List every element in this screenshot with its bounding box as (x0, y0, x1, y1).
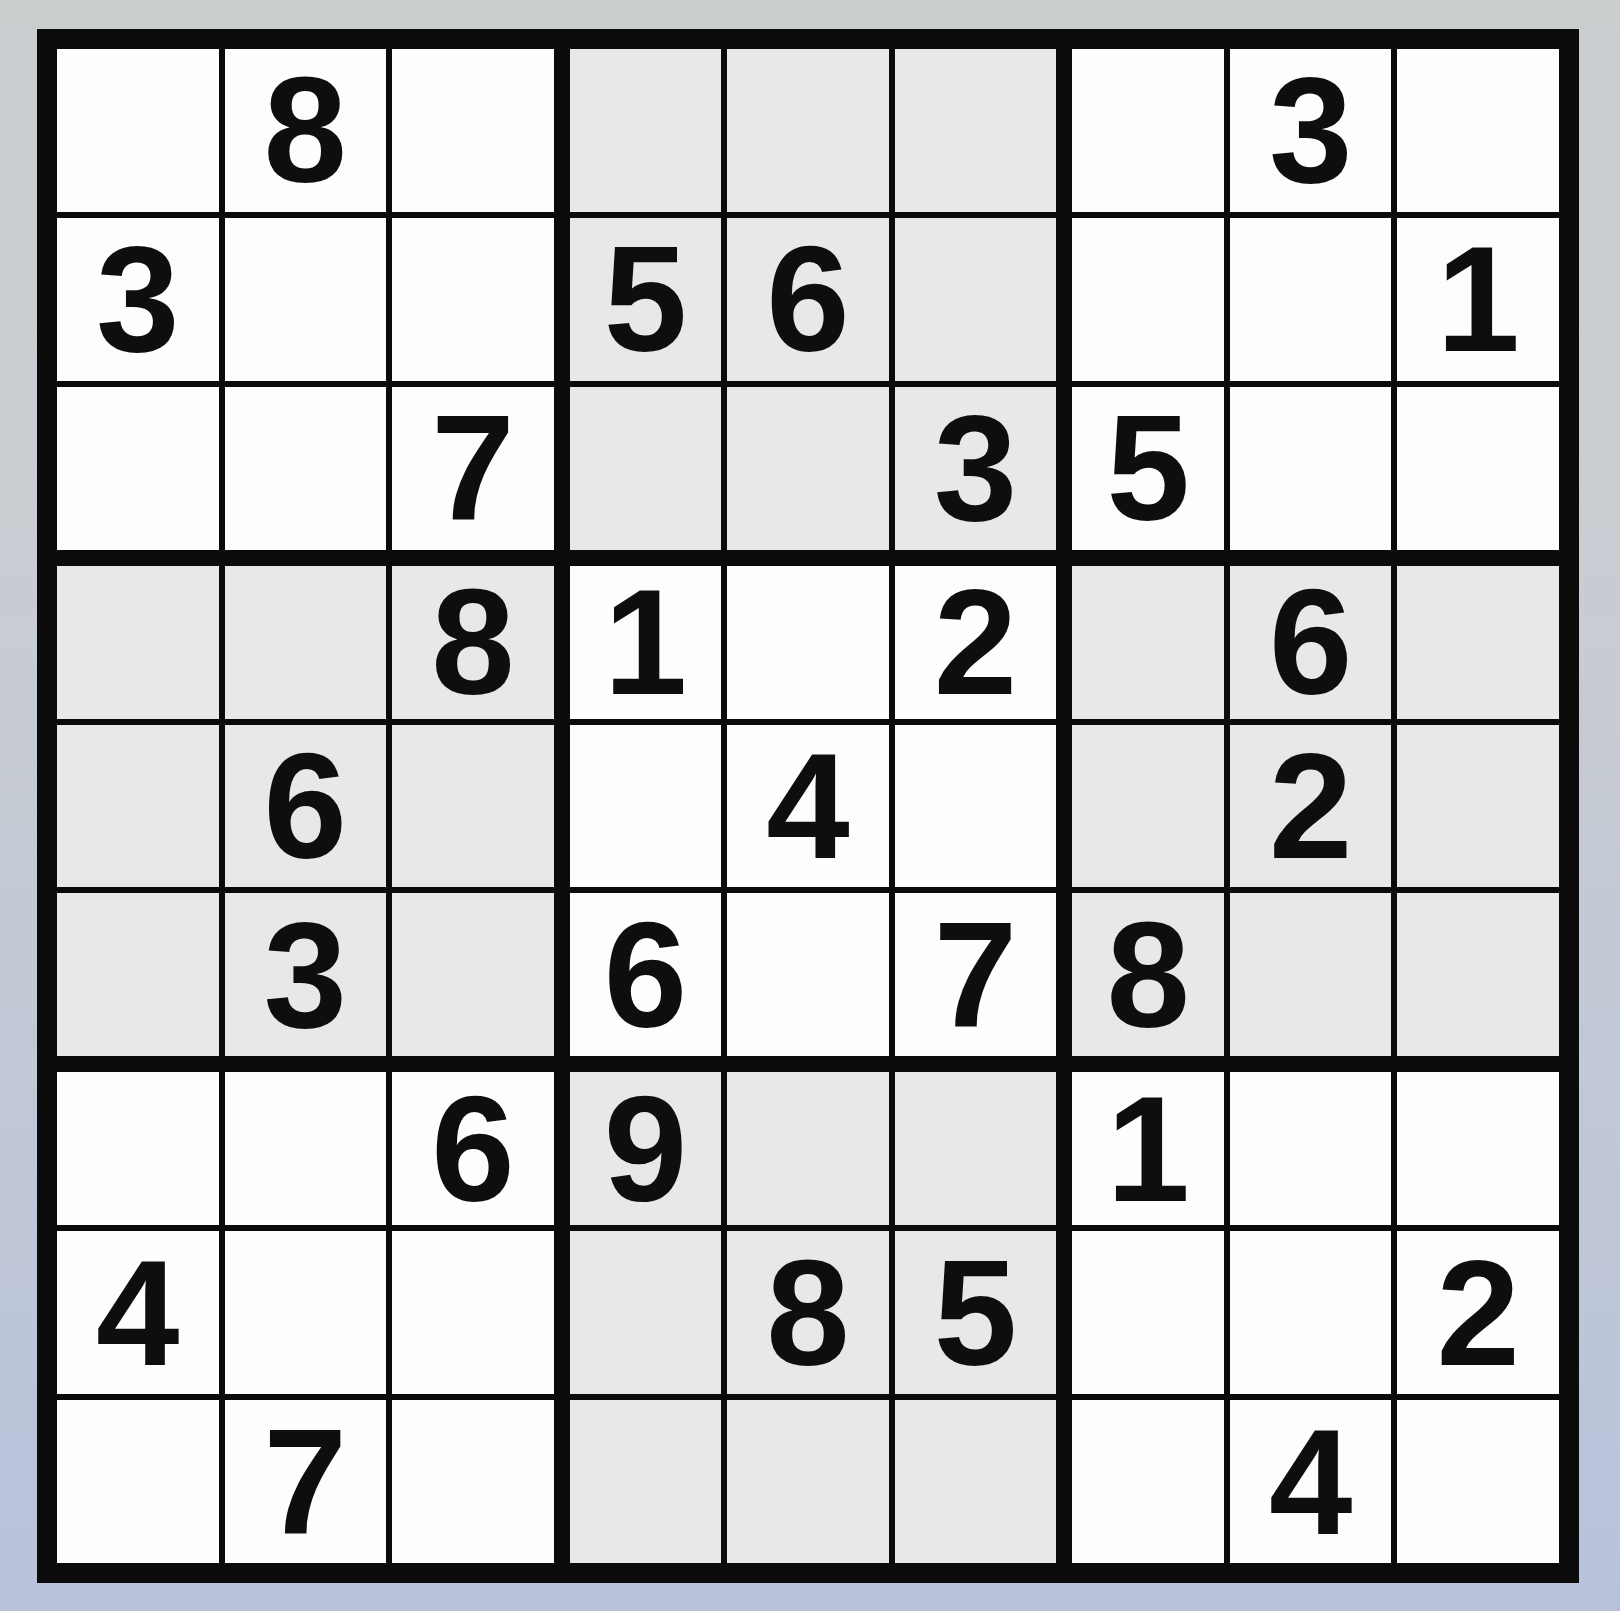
cell-r7c9[interactable] (1397, 1062, 1559, 1225)
cell-r5c5[interactable]: 4 (727, 725, 889, 888)
cell-r9c4[interactable] (560, 1400, 722, 1563)
cell-r5c3[interactable] (392, 725, 554, 888)
cell-r9c1[interactable] (57, 1400, 219, 1563)
app-background: 83356173581266423678691485274 (0, 0, 1620, 1611)
cell-r3c5[interactable] (727, 387, 889, 550)
cell-r2c1[interactable]: 3 (57, 218, 219, 381)
cell-r9c2[interactable]: 7 (225, 1400, 387, 1563)
cell-r8c2[interactable] (225, 1231, 387, 1394)
cell-r7c3[interactable]: 6 (392, 1062, 554, 1225)
cell-r4c6[interactable]: 2 (895, 556, 1057, 719)
cell-r5c7[interactable] (1062, 725, 1224, 888)
cell-r5c4[interactable] (560, 725, 722, 888)
cell-r9c3[interactable] (392, 1400, 554, 1563)
cell-r2c4[interactable]: 5 (560, 218, 722, 381)
cell-r4c2[interactable] (225, 556, 387, 719)
cell-r7c5[interactable] (727, 1062, 889, 1225)
cell-r3c8[interactable] (1230, 387, 1392, 550)
cell-r7c7[interactable]: 1 (1062, 1062, 1224, 1225)
cell-r9c8[interactable]: 4 (1230, 1400, 1392, 1563)
cell-r4c7[interactable] (1062, 556, 1224, 719)
cell-r2c2[interactable] (225, 218, 387, 381)
cell-r7c1[interactable] (57, 1062, 219, 1225)
cell-r5c6[interactable] (895, 725, 1057, 888)
cell-r1c1[interactable] (57, 49, 219, 212)
cell-r3c4[interactable] (560, 387, 722, 550)
cell-r2c9[interactable]: 1 (1397, 218, 1559, 381)
cell-r3c2[interactable] (225, 387, 387, 550)
cell-r4c4[interactable]: 1 (560, 556, 722, 719)
cell-r4c5[interactable] (727, 556, 889, 719)
cell-r5c1[interactable] (57, 725, 219, 888)
cell-r7c6[interactable] (895, 1062, 1057, 1225)
cell-r1c9[interactable] (1397, 49, 1559, 212)
cell-r3c3[interactable]: 7 (392, 387, 554, 550)
cell-r1c8[interactable]: 3 (1230, 49, 1392, 212)
cell-r6c5[interactable] (727, 893, 889, 1056)
cell-r8c9[interactable]: 2 (1397, 1231, 1559, 1394)
cell-r4c1[interactable] (57, 556, 219, 719)
cell-r8c5[interactable]: 8 (727, 1231, 889, 1394)
cell-r1c2[interactable]: 8 (225, 49, 387, 212)
cell-r2c5[interactable]: 6 (727, 218, 889, 381)
cell-r5c8[interactable]: 2 (1230, 725, 1392, 888)
cell-r8c3[interactable] (392, 1231, 554, 1394)
cell-r3c6[interactable]: 3 (895, 387, 1057, 550)
cell-r3c7[interactable]: 5 (1062, 387, 1224, 550)
cell-r8c4[interactable] (560, 1231, 722, 1394)
cell-r3c9[interactable] (1397, 387, 1559, 550)
cell-r2c3[interactable] (392, 218, 554, 381)
cell-r8c7[interactable] (1062, 1231, 1224, 1394)
cell-r7c2[interactable] (225, 1062, 387, 1225)
cell-r9c6[interactable] (895, 1400, 1057, 1563)
cell-r6c8[interactable] (1230, 893, 1392, 1056)
cell-r8c1[interactable]: 4 (57, 1231, 219, 1394)
cell-r2c6[interactable] (895, 218, 1057, 381)
cell-r7c4[interactable]: 9 (560, 1062, 722, 1225)
cell-r7c8[interactable] (1230, 1062, 1392, 1225)
cell-r4c9[interactable] (1397, 556, 1559, 719)
cell-r6c4[interactable]: 6 (560, 893, 722, 1056)
cell-r6c3[interactable] (392, 893, 554, 1056)
cell-r6c9[interactable] (1397, 893, 1559, 1056)
cell-r2c8[interactable] (1230, 218, 1392, 381)
cell-r8c6[interactable]: 5 (895, 1231, 1057, 1394)
cell-r4c8[interactable]: 6 (1230, 556, 1392, 719)
cell-r5c9[interactable] (1397, 725, 1559, 888)
cell-r1c4[interactable] (560, 49, 722, 212)
cell-r1c5[interactable] (727, 49, 889, 212)
cell-r6c6[interactable]: 7 (895, 893, 1057, 1056)
cell-r1c7[interactable] (1062, 49, 1224, 212)
cell-r1c6[interactable] (895, 49, 1057, 212)
cell-r6c2[interactable]: 3 (225, 893, 387, 1056)
cell-r4c3[interactable]: 8 (392, 556, 554, 719)
cell-r6c1[interactable] (57, 893, 219, 1056)
cell-r2c7[interactable] (1062, 218, 1224, 381)
cell-r3c1[interactable] (57, 387, 219, 550)
cell-r9c7[interactable] (1062, 1400, 1224, 1563)
sudoku-board: 83356173581266423678691485274 (37, 29, 1579, 1583)
cell-r9c9[interactable] (1397, 1400, 1559, 1563)
cell-r8c8[interactable] (1230, 1231, 1392, 1394)
cell-r6c7[interactable]: 8 (1062, 893, 1224, 1056)
cell-r5c2[interactable]: 6 (225, 725, 387, 888)
cell-r9c5[interactable] (727, 1400, 889, 1563)
cell-r1c3[interactable] (392, 49, 554, 212)
